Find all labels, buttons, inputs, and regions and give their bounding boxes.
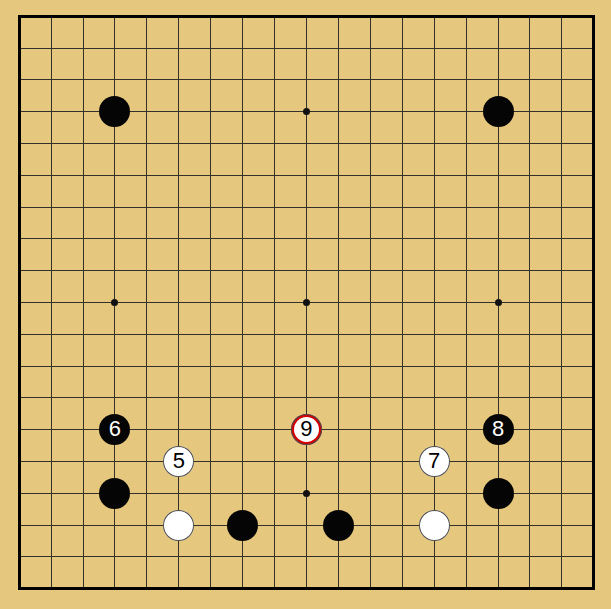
go-board[interactable]: 69857: [0, 0, 611, 609]
grid-line-vertical: [402, 16, 403, 588]
move-number-label: 5: [173, 450, 185, 472]
grid-line-horizontal: [19, 366, 594, 367]
stone-black-pd[interactable]: [483, 96, 514, 127]
grid-line-horizontal: [19, 397, 594, 398]
move-number-label: 7: [428, 450, 440, 472]
grid-line-horizontal: [19, 461, 594, 462]
move-number-label: 9: [300, 418, 312, 440]
stone-white-fq[interactable]: [163, 510, 194, 541]
stone-black-hq[interactable]: [227, 510, 258, 541]
stone-black-kq[interactable]: [323, 510, 354, 541]
stone-black-dp[interactable]: [99, 478, 130, 509]
star-point: [303, 490, 310, 497]
star-point: [111, 299, 118, 306]
grid-line-vertical: [593, 16, 594, 588]
stone-white-jn-last-move[interactable]: 9: [291, 414, 322, 445]
grid-line-vertical: [529, 16, 530, 588]
grid-line-horizontal: [19, 556, 594, 557]
move-number-label: 6: [109, 418, 121, 440]
stone-white-no[interactable]: 7: [419, 446, 450, 477]
stone-black-dn[interactable]: 6: [99, 414, 130, 445]
grid-line-vertical: [466, 16, 467, 588]
grid-line-vertical: [370, 16, 371, 588]
grid-line-horizontal: [19, 525, 594, 526]
move-number-label: 8: [492, 418, 504, 440]
star-point: [303, 108, 310, 115]
stone-white-fo[interactable]: 5: [163, 446, 194, 477]
grid-line-horizontal: [19, 588, 594, 589]
star-point: [495, 299, 502, 306]
grid-line-vertical: [338, 16, 339, 588]
grid-line-vertical: [561, 16, 562, 588]
grid-line-horizontal: [19, 334, 594, 335]
stone-black-pn[interactable]: 8: [483, 414, 514, 445]
stone-white-nq[interactable]: [419, 510, 450, 541]
star-point: [303, 299, 310, 306]
grid-line-vertical: [434, 16, 435, 588]
kifu-diagram: 69857: [0, 0, 611, 609]
stone-black-dd[interactable]: [99, 96, 130, 127]
stone-black-pp[interactable]: [483, 478, 514, 509]
